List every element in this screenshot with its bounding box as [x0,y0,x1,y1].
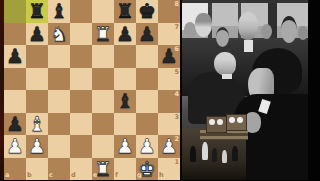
thumbnail: ♜♝♜♚8♟♞♜♟♟7♟♟65♝4♟♝3♟♟♟♟♟2abcd♜ef♚g1h [0,0,320,180]
rank-label-8: 8 [174,1,179,8]
square-b4[interactable] [26,90,48,113]
square-h5[interactable]: 5 [158,68,180,91]
square-d8[interactable] [70,0,92,23]
piece-black-pawn-f7[interactable]: ♟ [114,23,136,46]
spectator-head [216,27,229,47]
square-h4[interactable]: 4 [158,90,180,113]
piece-black-king-g8[interactable]: ♚ [136,0,158,23]
piece-white-pawn-g2[interactable]: ♟ [136,135,158,158]
file-label-d: d [71,172,76,179]
piece-white-pawn-a2[interactable]: ♟ [4,135,26,158]
square-c8[interactable]: ♝ [48,0,70,23]
square-c7[interactable]: ♞ [48,23,70,46]
file-label-c: c [49,172,53,179]
piece-white-pawn-f2[interactable]: ♟ [114,135,136,158]
square-b7[interactable]: ♟ [26,23,48,46]
square-d1[interactable]: d [70,158,92,181]
square-d4[interactable] [70,90,92,113]
rank-label-2: 2 [174,136,179,143]
square-h6[interactable]: ♟6 [158,45,180,68]
square-a8[interactable] [4,0,26,23]
square-g3[interactable] [136,113,158,136]
square-e7[interactable]: ♜ [92,23,114,46]
square-a3[interactable]: ♟ [4,113,26,136]
black-chess-piece [232,146,238,161]
square-f5[interactable] [114,68,136,91]
square-h8[interactable]: 8 [158,0,180,23]
square-d5[interactable] [70,68,92,91]
piece-white-bishop-b3[interactable]: ♝ [26,113,48,136]
square-c5[interactable] [48,68,70,91]
rank-label-1: 1 [174,159,179,166]
square-b8[interactable]: ♜ [26,0,48,23]
file-label-a: a [5,172,9,179]
square-g8[interactable]: ♚ [136,0,158,23]
square-a4[interactable] [4,90,26,113]
balding-player-head [214,52,236,76]
clock-dial-icon [209,119,215,125]
square-b5[interactable] [26,68,48,91]
square-d3[interactable] [70,113,92,136]
square-f3[interactable] [114,113,136,136]
square-d2[interactable] [70,135,92,158]
dignitary-head [238,12,258,40]
square-e5[interactable] [92,68,114,91]
square-c1[interactable]: c [48,158,70,181]
square-f8[interactable]: ♜ [114,0,136,23]
file-label-h: h [159,172,164,179]
square-b1[interactable]: b [26,158,48,181]
square-c4[interactable] [48,90,70,113]
square-b6[interactable] [26,45,48,68]
image-right-edge [308,0,320,180]
square-g4[interactable] [136,90,158,113]
square-f7[interactable]: ♟ [114,23,136,46]
square-h7[interactable]: 7 [158,23,180,46]
window-beam-icon [182,0,308,3]
piece-black-pawn-a3[interactable]: ♟ [4,113,26,136]
square-a5[interactable] [4,68,26,91]
square-d7[interactable] [70,23,92,46]
dignitary-shirt [244,40,253,52]
spectator-head [261,24,272,39]
square-f2[interactable]: ♟ [114,135,136,158]
square-b3[interactable]: ♝ [26,113,48,136]
square-h3[interactable]: 3 [158,113,180,136]
square-f6[interactable] [114,45,136,68]
square-g2[interactable]: ♟ [136,135,158,158]
piece-black-pawn-a6[interactable]: ♟ [4,45,26,68]
tournament-photo [182,0,308,180]
chess-clock [226,114,247,131]
square-f1[interactable]: f [114,158,136,181]
square-h1[interactable]: 1h [158,158,180,181]
piece-white-knight-c7[interactable]: ♞ [48,23,70,46]
clock-dial-icon [237,117,243,123]
clock-dial-icon [217,119,223,125]
file-label-e: e [93,172,97,179]
square-g1[interactable]: ♚g [136,158,158,181]
square-c3[interactable] [48,113,70,136]
piece-white-pawn-b2[interactable]: ♟ [26,135,48,158]
piece-black-rook-b8[interactable]: ♜ [26,0,48,23]
piece-black-bishop-f4[interactable]: ♝ [114,90,136,113]
square-a7[interactable] [4,23,26,46]
square-g7[interactable]: ♟ [136,23,158,46]
square-g5[interactable] [136,68,158,91]
file-label-g: g [137,172,142,179]
square-f4[interactable]: ♝ [114,90,136,113]
piece-black-rook-f8[interactable]: ♜ [114,0,136,23]
square-e2[interactable] [92,135,114,158]
square-c6[interactable] [48,45,70,68]
square-a2[interactable]: ♟ [4,135,26,158]
rank-label-3: 3 [174,114,179,121]
chess-board: ♜♝♜♚8♟♞♜♟♟7♟♟65♝4♟♝3♟♟♟♟♟2abcd♜ef♚g1h [4,0,180,180]
square-e1[interactable]: ♜e [92,158,114,181]
square-e3[interactable] [92,113,114,136]
square-e4[interactable] [92,90,114,113]
rank-label-5: 5 [174,69,179,76]
white-chess-piece [222,150,227,163]
square-d6[interactable] [70,45,92,68]
file-label-f: f [115,172,118,179]
white-chess-piece [202,142,208,160]
spectator-bearded-head [195,13,212,37]
black-chess-piece [190,146,196,162]
square-e6[interactable] [92,45,114,68]
chess-clock [206,116,227,133]
square-e8[interactable] [92,0,114,23]
black-chess-piece [212,148,217,162]
piece-black-bishop-c8[interactable]: ♝ [48,0,70,23]
spectator-head [281,16,297,43]
square-b2[interactable]: ♟ [26,135,48,158]
rank-label-4: 4 [174,91,179,98]
square-h2[interactable]: ♟2 [158,135,180,158]
file-label-b: b [27,172,32,179]
square-a6[interactable]: ♟ [4,45,26,68]
square-g6[interactable] [136,45,158,68]
balding-player-collar [222,74,232,79]
piece-black-pawn-g7[interactable]: ♟ [136,23,158,46]
rank-label-7: 7 [174,24,179,31]
clock-dial-icon [229,117,235,123]
rank-label-6: 6 [174,46,179,53]
piece-black-pawn-b7[interactable]: ♟ [26,23,48,46]
square-c2[interactable] [48,135,70,158]
square-a1[interactable]: a [4,158,26,181]
spectator-head [298,26,308,40]
piece-white-rook-e7[interactable]: ♜ [92,23,114,46]
